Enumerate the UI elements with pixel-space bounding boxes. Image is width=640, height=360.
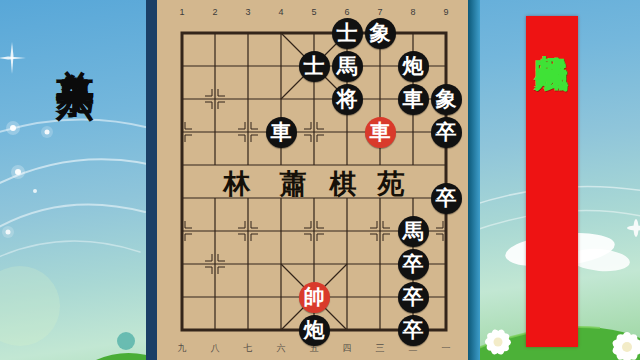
piece-black-elephant[interactable]: 象 [365, 18, 396, 49]
piece-red-chariot[interactable]: 車 [365, 117, 396, 148]
piece-black-cannon[interactable]: 炮 [398, 51, 429, 82]
bubble-decoration [117, 332, 135, 350]
glow-decoration [0, 266, 60, 346]
piece-grid: 士象士馬炮将車象車車卒卒馬卒帥卒炮卒 [166, 17, 463, 347]
coordinate-label: 7 [377, 7, 382, 17]
coordinate-label: 6 [344, 7, 349, 17]
piece-black-chariot[interactable]: 車 [398, 84, 429, 115]
puzzle-title-vertical: 单车杀光十六子 [56, 40, 94, 340]
piece-black-pawn[interactable]: 卒 [431, 183, 462, 214]
coordinate-label: 1 [179, 7, 184, 17]
coordinate-label: 5 [311, 7, 316, 17]
xiangqi-board: 123456789 九八七六五四三二一 林蕭棋苑 士象士馬炮将車象車車卒卒馬卒帥… [157, 0, 468, 360]
board-right-edge [468, 0, 480, 360]
piece-black-horse[interactable]: 馬 [398, 216, 429, 247]
coordinate-label: 3 [245, 7, 250, 17]
piece-black-advisor[interactable]: 士 [299, 51, 330, 82]
piece-black-chariot[interactable]: 車 [266, 117, 297, 148]
banner-line-2: 神车灭敌 [535, 333, 569, 337]
piece-black-horse[interactable]: 馬 [332, 51, 363, 82]
piece-black-advisor[interactable]: 士 [332, 18, 363, 49]
piece-black-cannon[interactable]: 炮 [299, 315, 330, 346]
piece-black-pawn[interactable]: 卒 [431, 117, 462, 148]
coordinate-label: 2 [212, 7, 217, 17]
piece-black-general[interactable]: 将 [332, 84, 363, 115]
piece-red-general[interactable]: 帥 [299, 282, 330, 313]
screenshot-root: 单车杀光十六子 123456789 九八七六五四三二一 林蕭棋苑 [0, 0, 640, 360]
piece-black-elephant[interactable]: 象 [431, 84, 462, 115]
piece-black-pawn[interactable]: 卒 [398, 249, 429, 280]
side-banner: 趣味残局 神车灭敌 [526, 16, 578, 347]
banner-line-1: 趣味残局 [535, 28, 569, 32]
coordinate-label: 4 [278, 7, 283, 17]
piece-black-pawn[interactable]: 卒 [398, 315, 429, 346]
file-numbers-top: 123456789 [179, 7, 448, 17]
coordinate-label: 8 [410, 7, 415, 17]
board-left-edge [146, 0, 157, 360]
piece-black-pawn[interactable]: 卒 [398, 282, 429, 313]
coordinate-label: 9 [443, 7, 448, 17]
